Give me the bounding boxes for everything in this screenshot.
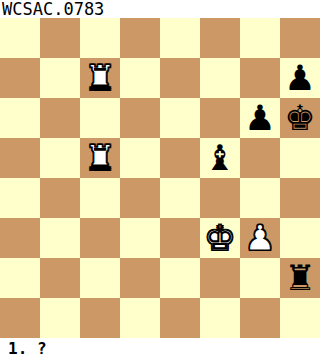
square-g2 bbox=[240, 258, 280, 298]
square-e7 bbox=[160, 58, 200, 98]
white-rook: ♜ bbox=[80, 58, 120, 98]
square-c8 bbox=[80, 18, 120, 58]
square-h2: ♜ bbox=[280, 258, 320, 298]
diagram-title: WCSAC.0783 bbox=[0, 0, 320, 18]
square-h7: ♟ bbox=[280, 58, 320, 98]
square-d8 bbox=[120, 18, 160, 58]
square-b4 bbox=[40, 178, 80, 218]
square-e8 bbox=[160, 18, 200, 58]
square-f2 bbox=[200, 258, 240, 298]
square-d4 bbox=[120, 178, 160, 218]
square-a3 bbox=[0, 218, 40, 258]
chess-board: ♜♟♟♚♜♝♚♟♜ bbox=[0, 18, 320, 338]
square-g5 bbox=[240, 138, 280, 178]
square-h6: ♚ bbox=[280, 98, 320, 138]
square-e3 bbox=[160, 218, 200, 258]
square-f8 bbox=[200, 18, 240, 58]
black-bishop: ♝ bbox=[200, 138, 240, 178]
square-a6 bbox=[0, 98, 40, 138]
square-c7: ♜ bbox=[80, 58, 120, 98]
square-a4 bbox=[0, 178, 40, 218]
white-rook: ♜ bbox=[80, 138, 120, 178]
square-d6 bbox=[120, 98, 160, 138]
square-f4 bbox=[200, 178, 240, 218]
square-c3 bbox=[80, 218, 120, 258]
square-a8 bbox=[0, 18, 40, 58]
square-d7 bbox=[120, 58, 160, 98]
square-b2 bbox=[40, 258, 80, 298]
square-a2 bbox=[0, 258, 40, 298]
square-h5 bbox=[280, 138, 320, 178]
black-pawn: ♟ bbox=[240, 98, 280, 138]
white-king: ♚ bbox=[200, 218, 240, 258]
square-b3 bbox=[40, 218, 80, 258]
square-g1 bbox=[240, 298, 280, 338]
square-c6 bbox=[80, 98, 120, 138]
square-h8 bbox=[280, 18, 320, 58]
square-h3 bbox=[280, 218, 320, 258]
square-b7 bbox=[40, 58, 80, 98]
square-e5 bbox=[160, 138, 200, 178]
black-pawn: ♟ bbox=[280, 58, 320, 98]
square-h4 bbox=[280, 178, 320, 218]
square-b6 bbox=[40, 98, 80, 138]
square-d2 bbox=[120, 258, 160, 298]
square-g6: ♟ bbox=[240, 98, 280, 138]
square-e1 bbox=[160, 298, 200, 338]
square-f3: ♚ bbox=[200, 218, 240, 258]
square-c4 bbox=[80, 178, 120, 218]
square-f6 bbox=[200, 98, 240, 138]
square-f5: ♝ bbox=[200, 138, 240, 178]
square-a1 bbox=[0, 298, 40, 338]
square-a7 bbox=[0, 58, 40, 98]
square-c2 bbox=[80, 258, 120, 298]
white-pawn: ♟ bbox=[240, 218, 280, 258]
square-c1 bbox=[80, 298, 120, 338]
square-g8 bbox=[240, 18, 280, 58]
square-d1 bbox=[120, 298, 160, 338]
square-c5: ♜ bbox=[80, 138, 120, 178]
square-e6 bbox=[160, 98, 200, 138]
square-d3 bbox=[120, 218, 160, 258]
square-h1 bbox=[280, 298, 320, 338]
black-king: ♚ bbox=[280, 98, 320, 138]
square-g4 bbox=[240, 178, 280, 218]
square-d5 bbox=[120, 138, 160, 178]
move-prompt: 1. ? bbox=[0, 338, 320, 360]
square-g7 bbox=[240, 58, 280, 98]
square-e4 bbox=[160, 178, 200, 218]
square-b1 bbox=[40, 298, 80, 338]
square-b8 bbox=[40, 18, 80, 58]
square-e2 bbox=[160, 258, 200, 298]
square-g3: ♟ bbox=[240, 218, 280, 258]
black-rook: ♜ bbox=[280, 258, 320, 298]
square-a5 bbox=[0, 138, 40, 178]
square-b5 bbox=[40, 138, 80, 178]
square-f7 bbox=[200, 58, 240, 98]
square-f1 bbox=[200, 298, 240, 338]
